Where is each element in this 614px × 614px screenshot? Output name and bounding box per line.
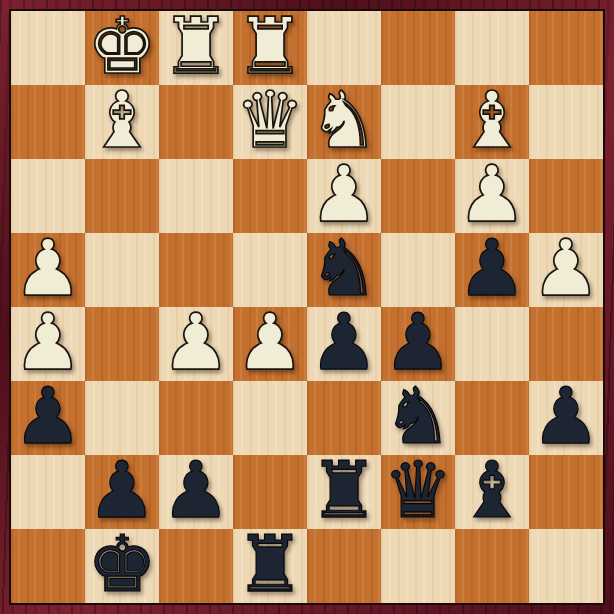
square-h5[interactable]: ♟ bbox=[11, 307, 85, 381]
piece-white-rook[interactable]: ♜ bbox=[161, 9, 231, 83]
square-d1[interactable] bbox=[307, 11, 381, 85]
square-b3[interactable]: ♟ bbox=[455, 159, 529, 233]
piece-black-pawn[interactable]: ♟ bbox=[383, 305, 453, 379]
square-a6[interactable]: ♟ bbox=[529, 381, 603, 455]
square-d3[interactable]: ♟ bbox=[307, 159, 381, 233]
square-f1[interactable]: ♜ bbox=[159, 11, 233, 85]
square-g5[interactable] bbox=[85, 307, 159, 381]
square-b5[interactable] bbox=[455, 307, 529, 381]
piece-white-pawn[interactable]: ♟ bbox=[309, 157, 379, 231]
piece-white-bishop[interactable]: ♝ bbox=[457, 83, 527, 157]
square-b1[interactable] bbox=[455, 11, 529, 85]
square-a8[interactable] bbox=[529, 529, 603, 603]
piece-white-pawn[interactable]: ♟ bbox=[161, 305, 231, 379]
piece-white-queen[interactable]: ♛ bbox=[235, 83, 305, 157]
square-d6[interactable] bbox=[307, 381, 381, 455]
piece-white-pawn[interactable]: ♟ bbox=[531, 231, 601, 305]
piece-white-king[interactable]: ♚ bbox=[87, 9, 157, 83]
piece-black-knight[interactable]: ♞ bbox=[309, 231, 379, 305]
square-h4[interactable]: ♟ bbox=[11, 233, 85, 307]
piece-black-rook[interactable]: ♜ bbox=[235, 527, 305, 601]
square-f4[interactable] bbox=[159, 233, 233, 307]
piece-white-pawn[interactable]: ♟ bbox=[13, 231, 83, 305]
piece-white-pawn[interactable]: ♟ bbox=[13, 305, 83, 379]
piece-black-queen[interactable]: ♛ bbox=[383, 453, 453, 527]
piece-black-knight[interactable]: ♞ bbox=[383, 379, 453, 453]
square-c6[interactable]: ♞ bbox=[381, 381, 455, 455]
square-h3[interactable] bbox=[11, 159, 85, 233]
square-c1[interactable] bbox=[381, 11, 455, 85]
square-f8[interactable] bbox=[159, 529, 233, 603]
square-e2[interactable]: ♛ bbox=[233, 85, 307, 159]
square-f6[interactable] bbox=[159, 381, 233, 455]
piece-white-pawn[interactable]: ♟ bbox=[457, 157, 527, 231]
square-c3[interactable] bbox=[381, 159, 455, 233]
square-g4[interactable] bbox=[85, 233, 159, 307]
square-a3[interactable] bbox=[529, 159, 603, 233]
square-b6[interactable] bbox=[455, 381, 529, 455]
square-g1[interactable]: ♚ bbox=[85, 11, 159, 85]
square-f7[interactable]: ♟ bbox=[159, 455, 233, 529]
square-g7[interactable]: ♟ bbox=[85, 455, 159, 529]
piece-black-rook[interactable]: ♜ bbox=[309, 453, 379, 527]
square-b4[interactable]: ♟ bbox=[455, 233, 529, 307]
square-c2[interactable] bbox=[381, 85, 455, 159]
square-d2[interactable]: ♞ bbox=[307, 85, 381, 159]
piece-white-pawn[interactable]: ♟ bbox=[235, 305, 305, 379]
square-g8[interactable]: ♚ bbox=[85, 529, 159, 603]
piece-black-pawn[interactable]: ♟ bbox=[309, 305, 379, 379]
square-h2[interactable] bbox=[11, 85, 85, 159]
square-f5[interactable]: ♟ bbox=[159, 307, 233, 381]
board-frame: ♚♜♜♝♛♞♝♟♟♟♞♟♟♟♟♟♟♟♟♞♟♟♟♜♛♝♚♜ bbox=[0, 0, 614, 614]
chess-board: ♚♜♜♝♛♞♝♟♟♟♞♟♟♟♟♟♟♟♟♞♟♟♟♜♛♝♚♜ bbox=[9, 9, 605, 605]
piece-white-rook[interactable]: ♜ bbox=[235, 9, 305, 83]
square-f3[interactable] bbox=[159, 159, 233, 233]
square-c4[interactable] bbox=[381, 233, 455, 307]
square-a7[interactable] bbox=[529, 455, 603, 529]
square-h1[interactable] bbox=[11, 11, 85, 85]
square-e3[interactable] bbox=[233, 159, 307, 233]
square-d7[interactable]: ♜ bbox=[307, 455, 381, 529]
piece-black-pawn[interactable]: ♟ bbox=[457, 231, 527, 305]
square-e8[interactable]: ♜ bbox=[233, 529, 307, 603]
square-g3[interactable] bbox=[85, 159, 159, 233]
square-c5[interactable]: ♟ bbox=[381, 307, 455, 381]
square-h8[interactable] bbox=[11, 529, 85, 603]
square-b8[interactable] bbox=[455, 529, 529, 603]
square-g2[interactable]: ♝ bbox=[85, 85, 159, 159]
square-d8[interactable] bbox=[307, 529, 381, 603]
square-f2[interactable] bbox=[159, 85, 233, 159]
piece-black-pawn[interactable]: ♟ bbox=[87, 453, 157, 527]
square-e5[interactable]: ♟ bbox=[233, 307, 307, 381]
square-b2[interactable]: ♝ bbox=[455, 85, 529, 159]
square-c8[interactable] bbox=[381, 529, 455, 603]
square-c7[interactable]: ♛ bbox=[381, 455, 455, 529]
square-h7[interactable] bbox=[11, 455, 85, 529]
square-h6[interactable]: ♟ bbox=[11, 381, 85, 455]
square-e4[interactable] bbox=[233, 233, 307, 307]
piece-black-pawn[interactable]: ♟ bbox=[161, 453, 231, 527]
square-a2[interactable] bbox=[529, 85, 603, 159]
square-d4[interactable]: ♞ bbox=[307, 233, 381, 307]
piece-black-pawn[interactable]: ♟ bbox=[13, 379, 83, 453]
piece-white-knight[interactable]: ♞ bbox=[309, 83, 379, 157]
square-b7[interactable]: ♝ bbox=[455, 455, 529, 529]
square-g6[interactable] bbox=[85, 381, 159, 455]
piece-white-bishop[interactable]: ♝ bbox=[87, 83, 157, 157]
piece-black-king[interactable]: ♚ bbox=[87, 527, 157, 601]
square-a4[interactable]: ♟ bbox=[529, 233, 603, 307]
square-a5[interactable] bbox=[529, 307, 603, 381]
square-e1[interactable]: ♜ bbox=[233, 11, 307, 85]
square-e7[interactable] bbox=[233, 455, 307, 529]
square-d5[interactable]: ♟ bbox=[307, 307, 381, 381]
piece-black-bishop[interactable]: ♝ bbox=[457, 453, 527, 527]
square-e6[interactable] bbox=[233, 381, 307, 455]
square-a1[interactable] bbox=[529, 11, 603, 85]
piece-black-pawn[interactable]: ♟ bbox=[531, 379, 601, 453]
